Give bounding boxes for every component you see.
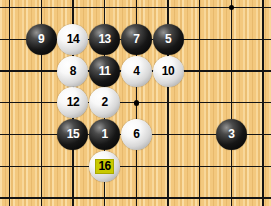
stone-white-16[interactable]: 16 [89,151,120,182]
star-point [229,5,235,11]
stone-white-6[interactable]: 6 [121,119,152,150]
stone-black-13[interactable]: 13 [89,24,120,55]
go-board[interactable]: 12345678910111213141516 [0,0,271,206]
stone-black-15[interactable]: 15 [57,119,88,150]
stone-number: 12 [67,96,79,109]
stone-number: 15 [67,128,79,141]
stone-white-14[interactable]: 14 [57,24,88,55]
stone-number: 7 [133,33,139,46]
stone-number: 6 [133,128,139,141]
stone-white-12[interactable]: 12 [57,87,88,118]
grid-line-horizontal [0,166,271,167]
stone-number: 4 [133,65,139,78]
stone-white-2[interactable]: 2 [89,87,120,118]
stone-number: 10 [162,65,174,78]
stone-black-11[interactable]: 11 [89,56,120,87]
stone-white-10[interactable]: 10 [153,56,184,87]
stone-number: 5 [165,33,171,46]
stone-number: 1 [102,128,108,141]
stone-black-1[interactable]: 1 [89,119,120,150]
stone-black-3[interactable]: 3 [216,119,247,150]
stone-number: 13 [98,33,110,46]
grid-line-horizontal [0,197,271,198]
stone-number: 9 [38,33,44,46]
stone-white-4[interactable]: 4 [121,56,152,87]
stone-number: 8 [70,65,76,78]
stone-number: 14 [67,33,79,46]
stone-white-8[interactable]: 8 [57,56,88,87]
stone-number-last-move: 16 [95,159,113,174]
stone-black-9[interactable]: 9 [26,24,57,55]
stone-black-7[interactable]: 7 [121,24,152,55]
stone-number: 3 [228,128,234,141]
stone-number: 2 [102,96,108,109]
star-point [134,100,140,106]
stone-number: 11 [99,65,111,78]
stone-black-5[interactable]: 5 [153,24,184,55]
